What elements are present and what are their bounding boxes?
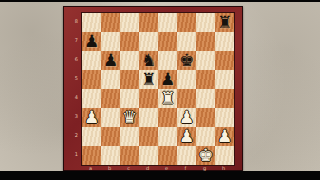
square-b5 [101, 70, 120, 89]
square-h7 [215, 32, 234, 51]
square-g3 [196, 108, 215, 127]
piece-black-rook: ♜ [215, 13, 234, 32]
square-d7 [139, 32, 158, 51]
square-h2: ♟ [215, 127, 234, 146]
square-c2 [120, 127, 139, 146]
square-g6 [196, 51, 215, 70]
square-e8 [158, 13, 177, 32]
piece-white-pawn: ♟ [177, 108, 196, 127]
square-b2 [101, 127, 120, 146]
rank-label: 3 [64, 107, 80, 126]
square-a1 [82, 146, 101, 165]
square-e6 [158, 51, 177, 70]
square-d2 [139, 127, 158, 146]
square-b6: ♟ [101, 51, 120, 70]
piece-black-rook: ♜ [139, 70, 158, 89]
piece-black-king: ♚ [177, 51, 196, 70]
square-c3: ♛ [120, 108, 139, 127]
square-b3 [101, 108, 120, 127]
square-g5 [196, 70, 215, 89]
square-c7 [120, 32, 139, 51]
square-h4 [215, 89, 234, 108]
piece-black-knight: ♞ [139, 51, 158, 70]
square-h5 [215, 70, 234, 89]
chess-board: ♜♟♟♞♚♜♟♜♟♛♟♟♟♚ [81, 12, 235, 166]
piece-black-pawn: ♟ [158, 70, 177, 89]
piece-white-king: ♚ [196, 146, 215, 165]
square-d8 [139, 13, 158, 32]
square-b1 [101, 146, 120, 165]
piece-black-pawn: ♟ [82, 32, 101, 51]
square-c1 [120, 146, 139, 165]
square-f8 [177, 13, 196, 32]
square-h8: ♜ [215, 13, 234, 32]
chess-board-frame: 87654321 abcdefgh ♜♟♟♞♚♜♟♜♟♛♟♟♟♚ [63, 6, 243, 171]
square-a7: ♟ [82, 32, 101, 51]
rank-label: 2 [64, 126, 80, 145]
square-f6: ♚ [177, 51, 196, 70]
letterbox-bar-top [0, 0, 320, 2]
square-d4 [139, 89, 158, 108]
square-c6 [120, 51, 139, 70]
rank-label: 1 [64, 145, 80, 164]
square-e3 [158, 108, 177, 127]
square-f1 [177, 146, 196, 165]
square-h1 [215, 146, 234, 165]
square-g4 [196, 89, 215, 108]
square-e4: ♜ [158, 89, 177, 108]
square-f3: ♟ [177, 108, 196, 127]
letterbox-bar-bottom [0, 171, 320, 180]
square-f7 [177, 32, 196, 51]
square-a2 [82, 127, 101, 146]
square-b7 [101, 32, 120, 51]
rank-label: 5 [64, 69, 80, 88]
video-frame: 87654321 abcdefgh ♜♟♟♞♚♜♟♜♟♛♟♟♟♚ [0, 0, 320, 180]
square-b8 [101, 13, 120, 32]
rank-label: 8 [64, 12, 80, 31]
piece-white-pawn: ♟ [215, 127, 234, 146]
square-h6 [215, 51, 234, 70]
square-g7 [196, 32, 215, 51]
piece-white-pawn: ♟ [82, 108, 101, 127]
rank-labels: 87654321 [64, 12, 80, 164]
square-d5: ♜ [139, 70, 158, 89]
piece-white-pawn: ♟ [177, 127, 196, 146]
square-f2: ♟ [177, 127, 196, 146]
square-c4 [120, 89, 139, 108]
square-e2 [158, 127, 177, 146]
square-d6: ♞ [139, 51, 158, 70]
rank-label: 4 [64, 88, 80, 107]
square-h3 [215, 108, 234, 127]
rank-label: 6 [64, 50, 80, 69]
square-e5: ♟ [158, 70, 177, 89]
square-g1: ♚ [196, 146, 215, 165]
square-e1 [158, 146, 177, 165]
square-d1 [139, 146, 158, 165]
square-a6 [82, 51, 101, 70]
piece-white-queen: ♛ [120, 108, 139, 127]
square-f4 [177, 89, 196, 108]
square-c8 [120, 13, 139, 32]
piece-black-pawn: ♟ [101, 51, 120, 70]
rank-label: 7 [64, 31, 80, 50]
square-b4 [101, 89, 120, 108]
square-a5 [82, 70, 101, 89]
square-a3: ♟ [82, 108, 101, 127]
square-g2 [196, 127, 215, 146]
square-f5 [177, 70, 196, 89]
square-e7 [158, 32, 177, 51]
piece-white-rook: ♜ [158, 89, 177, 108]
square-g8 [196, 13, 215, 32]
square-a8 [82, 13, 101, 32]
square-d3 [139, 108, 158, 127]
square-c5 [120, 70, 139, 89]
square-a4 [82, 89, 101, 108]
